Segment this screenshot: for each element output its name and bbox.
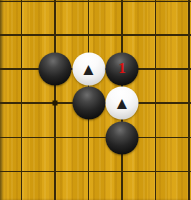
stone-black: 1 [106, 53, 139, 86]
star-point [53, 101, 58, 106]
move-number-label: 1 [118, 61, 126, 76]
grid-line-horizontal-0 [0, 1, 191, 3]
stone-black [72, 87, 105, 120]
screenshot-stage: ▲1▲ [0, 0, 191, 200]
stone-black [106, 121, 139, 154]
grid-line-horizontal-5 [0, 171, 191, 173]
stone-white: ▲ [72, 53, 105, 86]
stone-black [39, 53, 72, 86]
triangle-mark-icon: ▲ [80, 61, 97, 78]
stone-white: ▲ [106, 87, 139, 120]
grid-line-horizontal-1 [0, 34, 191, 36]
triangle-mark-icon: ▲ [114, 95, 131, 112]
grid-line-horizontal-4 [0, 137, 191, 139]
go-board[interactable]: ▲1▲ [0, 0, 191, 200]
